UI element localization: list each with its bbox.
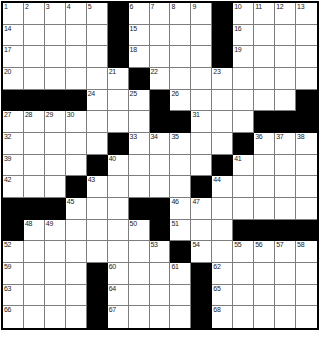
cell-r2c13[interactable] [254,25,275,47]
clue-number-31: 31 [192,111,199,119]
cell-r2c8[interactable] [150,25,171,47]
cell-r2c7[interactable]: 15 [129,25,150,47]
cell-r11c2[interactable]: 48 [24,220,45,242]
cell-r8c12[interactable]: 41 [233,155,254,177]
cell-r13c7[interactable] [129,263,150,285]
cell-r4c3[interactable] [45,68,66,90]
cell-r14c12[interactable] [233,285,254,307]
cell-r4c2[interactable] [24,68,45,90]
cell-r8c3[interactable] [45,155,66,177]
clue-number-57: 57 [276,241,283,249]
clue-number-17: 17 [4,46,11,54]
block-cell-r3c11 [212,46,233,68]
cell-r9c13[interactable] [254,176,275,198]
clue-number-12: 12 [276,3,283,11]
clue-number-4: 4 [67,3,71,11]
cell-r12c7[interactable] [129,241,150,263]
cell-r12c14[interactable]: 57 [275,241,296,263]
clue-number-60: 60 [109,263,116,271]
clue-number-24: 24 [88,90,95,98]
cell-r13c3[interactable] [45,263,66,285]
clue-number-65: 65 [213,285,220,293]
cell-r12c12[interactable]: 55 [233,241,254,263]
cell-r9c15[interactable] [296,176,317,198]
cell-r4c9[interactable] [170,68,191,90]
clue-number-49: 49 [46,220,53,228]
cell-r1c3[interactable]: 3 [45,3,66,25]
cell-r10c13[interactable] [254,198,275,220]
block-cell-r12c9 [170,241,191,263]
cell-r12c8[interactable]: 53 [150,241,171,263]
cell-r9c8[interactable] [150,176,171,198]
cell-r5c10[interactable] [191,90,212,112]
cell-r12c15[interactable]: 58 [296,241,317,263]
cell-r13c15[interactable] [296,263,317,285]
cell-r1c13[interactable]: 11 [254,3,275,25]
cell-r14c15[interactable] [296,285,317,307]
cell-r10c12[interactable] [233,198,254,220]
cell-r14c11[interactable]: 65 [212,285,233,307]
cell-r4c10[interactable] [191,68,212,90]
block-cell-r8c5 [87,155,108,177]
cell-r2c3[interactable] [45,25,66,47]
clue-number-22: 22 [151,68,158,76]
clue-number-14: 14 [4,25,11,33]
cell-r5c12[interactable] [233,90,254,112]
clue-number-10: 10 [234,3,241,11]
cell-r6c2[interactable]: 28 [24,111,45,133]
cell-r6c4[interactable]: 30 [66,111,87,133]
cell-r7c8[interactable]: 34 [150,133,171,155]
cell-r4c6[interactable]: 21 [108,68,129,90]
block-cell-r10c8 [150,198,171,220]
block-cell-r3c6 [108,46,129,68]
cell-r6c7[interactable] [129,111,150,133]
clue-number-19: 19 [234,46,241,54]
cell-r8c4[interactable] [66,155,87,177]
block-cell-r2c11 [212,25,233,47]
cell-r4c15[interactable] [296,68,317,90]
cell-r2c15[interactable] [296,25,317,47]
cell-r15c11[interactable]: 68 [212,306,233,328]
block-cell-r6c15 [296,111,317,133]
block-cell-r9c10 [191,176,212,198]
cell-r8c14[interactable] [275,155,296,177]
cell-r12c10[interactable]: 54 [191,241,212,263]
block-cell-r14c5 [87,285,108,307]
block-cell-r11c13 [254,220,275,242]
cell-r10c9[interactable]: 46 [170,198,191,220]
cell-r1c5[interactable]: 5 [87,3,108,25]
cell-r11c6[interactable] [108,220,129,242]
cell-r3c13[interactable] [254,46,275,68]
cell-r3c2[interactable] [24,46,45,68]
clue-number-52: 52 [4,241,11,249]
cell-r9c6[interactable] [108,176,129,198]
cell-r3c7[interactable]: 18 [129,46,150,68]
cell-r15c14[interactable] [275,306,296,328]
clue-number-53: 53 [151,241,158,249]
cell-r13c6[interactable]: 60 [108,263,129,285]
cell-r9c1[interactable]: 42 [3,176,24,198]
cell-r5c14[interactable] [275,90,296,112]
clue-number-8: 8 [171,3,175,11]
cell-r3c14[interactable] [275,46,296,68]
cell-r15c6[interactable]: 67 [108,306,129,328]
clue-number-23: 23 [213,68,220,76]
cell-r13c9[interactable]: 61 [170,263,191,285]
cell-r4c4[interactable] [66,68,87,90]
cell-r5c6[interactable] [108,90,129,112]
cell-r9c11[interactable]: 44 [212,176,233,198]
block-cell-r10c3 [45,198,66,220]
cell-r1c7[interactable]: 6 [129,3,150,25]
cell-r10c14[interactable] [275,198,296,220]
cell-r14c2[interactable] [24,285,45,307]
cell-r13c8[interactable] [150,263,171,285]
cell-r5c13[interactable] [254,90,275,112]
cell-r5c9[interactable]: 26 [170,90,191,112]
block-cell-r10c1 [3,198,24,220]
cell-r2c9[interactable] [170,25,191,47]
clue-number-35: 35 [171,133,178,141]
cell-r9c9[interactable] [170,176,191,198]
clue-number-38: 38 [297,133,304,141]
cell-r4c1[interactable]: 20 [3,68,24,90]
cell-r15c1[interactable]: 66 [3,306,24,328]
cell-r15c7[interactable] [129,306,150,328]
crossword-board: 1234567891011121314151617181920212223242… [1,1,319,330]
block-cell-r11c1 [3,220,24,242]
cell-r12c3[interactable] [45,241,66,263]
clue-number-66: 66 [4,306,11,314]
cell-r2c4[interactable] [66,25,87,47]
cell-r14c1[interactable]: 63 [3,285,24,307]
clue-number-1: 1 [4,3,8,11]
cell-r3c8[interactable] [150,46,171,68]
clue-number-20: 20 [4,68,11,76]
cell-r7c14[interactable]: 37 [275,133,296,155]
cell-r8c9[interactable] [170,155,191,177]
cell-r11c7[interactable]: 50 [129,220,150,242]
cell-r9c14[interactable] [275,176,296,198]
cell-r10c10[interactable]: 47 [191,198,212,220]
cell-r15c3[interactable] [45,306,66,328]
block-cell-r11c12 [233,220,254,242]
cell-r1c9[interactable]: 8 [170,3,191,25]
cell-r2c12[interactable]: 16 [233,25,254,47]
block-cell-r11c15 [296,220,317,242]
clue-number-46: 46 [171,198,178,206]
cell-r9c7[interactable] [129,176,150,198]
cell-r13c2[interactable] [24,263,45,285]
clue-number-33: 33 [130,133,137,141]
block-cell-r15c10 [191,306,212,328]
cell-r3c4[interactable] [66,46,87,68]
cell-r1c1[interactable]: 1 [3,3,24,25]
cell-r3c12[interactable]: 19 [233,46,254,68]
cell-r12c1[interactable]: 52 [3,241,24,263]
cell-r11c4[interactable] [66,220,87,242]
cell-r7c1[interactable]: 32 [3,133,24,155]
cell-r8c13[interactable] [254,155,275,177]
clue-number-37: 37 [276,133,283,141]
cell-r9c5[interactable]: 43 [87,176,108,198]
cell-r14c14[interactable] [275,285,296,307]
cell-r9c12[interactable] [233,176,254,198]
cell-r6c3[interactable]: 29 [45,111,66,133]
clue-number-2: 2 [25,3,29,11]
cell-r15c8[interactable] [150,306,171,328]
clue-number-61: 61 [171,263,178,271]
clue-number-47: 47 [192,198,199,206]
cell-r11c10[interactable] [191,220,212,242]
cell-r14c9[interactable] [170,285,191,307]
clue-number-28: 28 [25,111,32,119]
cell-r12c6[interactable] [108,241,129,263]
cell-r6c6[interactable] [108,111,129,133]
block-cell-r5c4 [66,90,87,112]
cell-r2c10[interactable] [191,25,212,47]
clue-number-68: 68 [213,306,220,314]
block-cell-r6c8 [150,111,171,133]
cell-r7c15[interactable]: 38 [296,133,317,155]
cell-r3c1[interactable]: 17 [3,46,24,68]
cell-r2c14[interactable] [275,25,296,47]
cell-r3c9[interactable] [170,46,191,68]
clue-number-55: 55 [234,241,241,249]
block-cell-r6c13 [254,111,275,133]
block-cell-r7c6 [108,133,129,155]
clue-number-30: 30 [67,111,74,119]
block-cell-r9c4 [66,176,87,198]
cell-r8c8[interactable] [150,155,171,177]
cell-r10c11[interactable] [212,198,233,220]
clue-number-18: 18 [130,46,137,54]
block-cell-r5c15 [296,90,317,112]
cell-r14c7[interactable] [129,285,150,307]
block-cell-r8c11 [212,155,233,177]
cell-r5c5[interactable]: 24 [87,90,108,112]
cell-r13c1[interactable]: 59 [3,263,24,285]
cell-r4c13[interactable] [254,68,275,90]
cell-r4c11[interactable]: 23 [212,68,233,90]
cell-r8c7[interactable] [129,155,150,177]
cell-r7c7[interactable]: 33 [129,133,150,155]
cell-r1c10[interactable]: 9 [191,3,212,25]
cell-r11c9[interactable]: 51 [170,220,191,242]
block-cell-r4c7 [129,68,150,90]
block-cell-r14c10 [191,285,212,307]
cell-r9c2[interactable] [24,176,45,198]
cell-r5c11[interactable] [212,90,233,112]
cell-r3c3[interactable] [45,46,66,68]
cell-r14c13[interactable] [254,285,275,307]
cell-r15c13[interactable] [254,306,275,328]
cell-r11c5[interactable] [87,220,108,242]
block-cell-r1c6 [108,3,129,25]
block-cell-r5c8 [150,90,171,112]
block-cell-r11c8 [150,220,171,242]
clue-number-45: 45 [67,198,74,206]
cell-r1c15[interactable]: 13 [296,3,317,25]
clue-number-26: 26 [171,90,178,98]
clue-number-25: 25 [130,90,137,98]
cell-r13c11[interactable]: 62 [212,263,233,285]
cell-r1c4[interactable]: 4 [66,3,87,25]
cell-r4c12[interactable] [233,68,254,90]
clue-number-39: 39 [4,155,11,163]
cell-r8c6[interactable]: 40 [108,155,129,177]
cell-r11c11[interactable] [212,220,233,242]
block-cell-r7c12 [233,133,254,155]
page: 1234567891011121314151617181920212223242… [0,0,319,340]
cell-r12c11[interactable] [212,241,233,263]
cell-r5c7[interactable]: 25 [129,90,150,112]
clue-number-40: 40 [109,155,116,163]
cell-r4c5[interactable] [87,68,108,90]
cell-r4c8[interactable]: 22 [150,68,171,90]
clue-number-5: 5 [88,3,92,11]
cell-r6c10[interactable]: 31 [191,111,212,133]
clue-number-21: 21 [109,68,116,76]
block-cell-r5c3 [45,90,66,112]
block-cell-r5c1 [3,90,24,112]
block-cell-r5c2 [24,90,45,112]
clue-number-56: 56 [255,241,262,249]
clue-number-16: 16 [234,25,241,33]
cell-r13c14[interactable] [275,263,296,285]
clue-number-11: 11 [255,3,262,11]
cell-r8c10[interactable] [191,155,212,177]
cell-r14c6[interactable]: 64 [108,285,129,307]
cell-r12c2[interactable] [24,241,45,263]
cell-r2c5[interactable] [87,25,108,47]
clue-number-3: 3 [46,3,50,11]
clue-number-34: 34 [151,133,158,141]
cell-r10c4[interactable]: 45 [66,198,87,220]
clue-number-43: 43 [88,176,95,184]
clue-number-51: 51 [171,220,178,228]
block-cell-r11c14 [275,220,296,242]
clue-number-64: 64 [109,285,116,293]
cell-r7c3[interactable] [45,133,66,155]
block-cell-r13c5 [87,263,108,285]
cell-r6c5[interactable] [87,111,108,133]
cell-r3c15[interactable] [296,46,317,68]
cell-r14c3[interactable] [45,285,66,307]
block-cell-r1c11 [212,3,233,25]
cell-r15c15[interactable] [296,306,317,328]
clue-number-7: 7 [151,3,155,11]
cell-r13c12[interactable] [233,263,254,285]
cell-r10c15[interactable] [296,198,317,220]
cell-r1c2[interactable]: 2 [24,3,45,25]
cell-r6c12[interactable] [233,111,254,133]
clue-number-54: 54 [192,241,199,249]
clue-number-42: 42 [4,176,11,184]
cell-r7c4[interactable] [66,133,87,155]
clue-number-29: 29 [46,111,53,119]
cell-r14c4[interactable] [66,285,87,307]
clue-number-6: 6 [130,3,134,11]
clue-number-62: 62 [213,263,220,271]
cell-r7c2[interactable] [24,133,45,155]
cell-r1c12[interactable]: 10 [233,3,254,25]
cell-r4c14[interactable] [275,68,296,90]
clue-number-32: 32 [4,133,11,141]
clue-number-9: 9 [192,3,196,11]
clue-number-15: 15 [130,25,137,33]
cell-r8c15[interactable] [296,155,317,177]
clue-number-59: 59 [4,263,11,271]
block-cell-r15c5 [87,306,108,328]
cell-r3c10[interactable] [191,46,212,68]
cell-r7c10[interactable] [191,133,212,155]
cell-r15c9[interactable] [170,306,191,328]
cell-r1c8[interactable]: 7 [150,3,171,25]
clue-number-36: 36 [255,133,262,141]
cell-r15c12[interactable] [233,306,254,328]
cell-r3c5[interactable] [87,46,108,68]
cell-r10c6[interactable] [108,198,129,220]
cell-r2c1[interactable]: 14 [3,25,24,47]
clue-number-27: 27 [4,111,11,119]
clue-number-44: 44 [213,176,220,184]
cell-r1c14[interactable]: 12 [275,3,296,25]
block-cell-r10c2 [24,198,45,220]
cell-r14c8[interactable] [150,285,171,307]
clue-number-41: 41 [234,155,241,163]
cell-r15c2[interactable] [24,306,45,328]
clue-number-63: 63 [4,285,11,293]
block-cell-r10c7 [129,198,150,220]
cell-r7c5[interactable] [87,133,108,155]
block-cell-r2c6 [108,25,129,47]
cell-r13c4[interactable] [66,263,87,285]
cell-r12c5[interactable] [87,241,108,263]
cell-r8c1[interactable]: 39 [3,155,24,177]
cell-r15c4[interactable] [66,306,87,328]
cell-r12c4[interactable] [66,241,87,263]
cell-r12c13[interactable]: 56 [254,241,275,263]
cell-r10c5[interactable] [87,198,108,220]
clue-number-58: 58 [297,241,304,249]
cell-r6c1[interactable]: 27 [3,111,24,133]
cell-r7c9[interactable]: 35 [170,133,191,155]
cell-r9c3[interactable] [45,176,66,198]
cell-r13c13[interactable] [254,263,275,285]
cell-r7c11[interactable] [212,133,233,155]
block-cell-r13c10 [191,263,212,285]
cell-r7c13[interactable]: 36 [254,133,275,155]
clue-number-50: 50 [130,220,137,228]
clue-number-67: 67 [109,306,116,314]
cell-r2c2[interactable] [24,25,45,47]
clue-number-48: 48 [25,220,32,228]
cell-r6c11[interactable] [212,111,233,133]
block-cell-r6c14 [275,111,296,133]
cell-r8c2[interactable] [24,155,45,177]
block-cell-r6c9 [170,111,191,133]
cell-r11c3[interactable]: 49 [45,220,66,242]
clue-number-13: 13 [297,3,304,11]
